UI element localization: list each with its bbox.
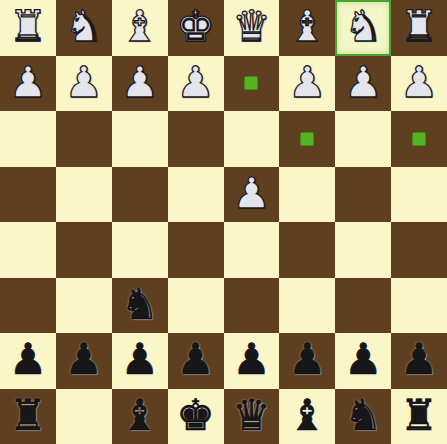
square-d1[interactable]: ♛ xyxy=(224,0,280,56)
square-g7[interactable]: ♟ xyxy=(56,333,112,389)
white-pawn: ♟ xyxy=(400,61,439,104)
square-g8[interactable] xyxy=(56,389,112,444)
square-f4[interactable] xyxy=(112,167,168,223)
square-d4[interactable]: ♟ xyxy=(224,167,280,223)
square-a3[interactable] xyxy=(391,111,447,167)
square-a1[interactable]: ♜ xyxy=(391,0,447,56)
square-b4[interactable] xyxy=(335,167,391,223)
square-f6[interactable]: ♞ xyxy=(112,278,168,334)
white-bishop: ♝ xyxy=(288,5,327,48)
legal-move-marker xyxy=(412,132,426,146)
black-queen: ♛ xyxy=(232,394,271,437)
square-a2[interactable]: ♟ xyxy=(391,56,447,112)
square-d5[interactable] xyxy=(224,222,280,278)
square-h7[interactable]: ♟ xyxy=(0,333,56,389)
square-a4[interactable] xyxy=(391,167,447,223)
square-c1[interactable]: ♝ xyxy=(279,0,335,56)
square-e5[interactable] xyxy=(168,222,224,278)
square-e2[interactable]: ♟ xyxy=(168,56,224,112)
square-g3[interactable] xyxy=(56,111,112,167)
square-d8[interactable]: ♛ xyxy=(224,389,280,444)
black-pawn: ♟ xyxy=(232,338,271,381)
black-pawn: ♟ xyxy=(288,338,327,381)
square-a7[interactable]: ♟ xyxy=(391,333,447,389)
square-g1[interactable]: ♞ xyxy=(56,0,112,56)
legal-move-marker xyxy=(244,76,258,90)
black-pawn: ♟ xyxy=(400,338,439,381)
white-rook: ♜ xyxy=(400,5,439,48)
white-pawn: ♟ xyxy=(120,61,159,104)
black-knight: ♞ xyxy=(344,394,383,437)
square-g4[interactable] xyxy=(56,167,112,223)
square-c6[interactable] xyxy=(279,278,335,334)
square-b8[interactable]: ♞ xyxy=(335,389,391,444)
square-c7[interactable]: ♟ xyxy=(279,333,335,389)
square-h4[interactable] xyxy=(0,167,56,223)
black-rook: ♜ xyxy=(400,394,439,437)
square-d2[interactable] xyxy=(224,56,280,112)
square-a5[interactable] xyxy=(391,222,447,278)
black-pawn: ♟ xyxy=(9,338,48,381)
white-rook: ♜ xyxy=(9,5,48,48)
square-f1[interactable]: ♝ xyxy=(112,0,168,56)
square-f5[interactable] xyxy=(112,222,168,278)
square-c8[interactable]: ♝ xyxy=(279,389,335,444)
white-bishop: ♝ xyxy=(120,5,159,48)
black-rook: ♜ xyxy=(9,394,48,437)
square-h2[interactable]: ♟ xyxy=(0,56,56,112)
square-f3[interactable] xyxy=(112,111,168,167)
square-c2[interactable]: ♟ xyxy=(279,56,335,112)
square-e6[interactable] xyxy=(168,278,224,334)
square-g2[interactable]: ♟ xyxy=(56,56,112,112)
square-c5[interactable] xyxy=(279,222,335,278)
square-c3[interactable] xyxy=(279,111,335,167)
chess-board: ♜♞♝♚♛♝♞♜♟♟♟♟♟♟♟♟♞♟♟♟♟♟♟♟♟♜♝♚♛♝♞♜ xyxy=(0,0,447,444)
square-d7[interactable]: ♟ xyxy=(224,333,280,389)
square-b2[interactable]: ♟ xyxy=(335,56,391,112)
black-pawn: ♟ xyxy=(65,338,104,381)
square-d3[interactable] xyxy=(224,111,280,167)
square-e3[interactable] xyxy=(168,111,224,167)
square-b1[interactable]: ♞ xyxy=(335,0,391,56)
square-e4[interactable] xyxy=(168,167,224,223)
square-b5[interactable] xyxy=(335,222,391,278)
white-pawn: ♟ xyxy=(344,61,383,104)
square-f2[interactable]: ♟ xyxy=(112,56,168,112)
square-g5[interactable] xyxy=(56,222,112,278)
square-h6[interactable] xyxy=(0,278,56,334)
legal-move-marker xyxy=(300,132,314,146)
black-bishop: ♝ xyxy=(120,394,159,437)
white-pawn: ♟ xyxy=(288,61,327,104)
black-pawn: ♟ xyxy=(176,338,215,381)
black-bishop: ♝ xyxy=(288,394,327,437)
white-pawn: ♟ xyxy=(176,61,215,104)
square-h8[interactable]: ♜ xyxy=(0,389,56,444)
square-e7[interactable]: ♟ xyxy=(168,333,224,389)
square-f8[interactable]: ♝ xyxy=(112,389,168,444)
black-knight: ♞ xyxy=(120,283,159,326)
square-e8[interactable]: ♚ xyxy=(168,389,224,444)
white-king: ♚ xyxy=(176,5,215,48)
white-pawn: ♟ xyxy=(9,61,48,104)
black-king: ♚ xyxy=(176,394,215,437)
white-pawn: ♟ xyxy=(232,172,271,215)
square-b6[interactable] xyxy=(335,278,391,334)
square-h3[interactable] xyxy=(0,111,56,167)
black-pawn: ♟ xyxy=(120,338,159,381)
square-a8[interactable]: ♜ xyxy=(391,389,447,444)
white-knight: ♞ xyxy=(344,5,383,48)
white-pawn: ♟ xyxy=(65,61,104,104)
white-queen: ♛ xyxy=(232,5,271,48)
square-c4[interactable] xyxy=(279,167,335,223)
square-a6[interactable] xyxy=(391,278,447,334)
black-pawn: ♟ xyxy=(344,338,383,381)
square-f7[interactable]: ♟ xyxy=(112,333,168,389)
square-h1[interactable]: ♜ xyxy=(0,0,56,56)
white-knight: ♞ xyxy=(65,5,104,48)
square-b3[interactable] xyxy=(335,111,391,167)
square-h5[interactable] xyxy=(0,222,56,278)
square-e1[interactable]: ♚ xyxy=(168,0,224,56)
square-b7[interactable]: ♟ xyxy=(335,333,391,389)
square-d6[interactable] xyxy=(224,278,280,334)
square-g6[interactable] xyxy=(56,278,112,334)
